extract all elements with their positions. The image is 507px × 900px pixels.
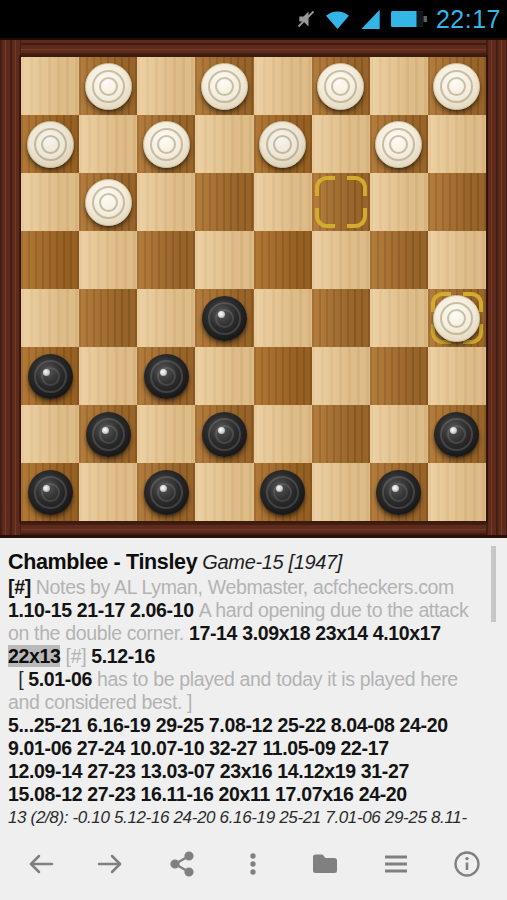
black-man[interactable]: [202, 412, 247, 457]
notation-line: 22x13 [#] 5.12-16: [8, 645, 507, 668]
piece-specular-highlight: [218, 427, 225, 434]
square-7[interactable]: [195, 405, 253, 463]
square-5[interactable]: [428, 405, 486, 463]
black-man[interactable]: [144, 470, 189, 515]
light-square: [79, 463, 137, 521]
note-text: 13 (2/8): -0.10 5.12-16 24-20 6.16-19 25…: [8, 808, 467, 827]
light-square: [137, 405, 195, 463]
white-man[interactable]: [375, 121, 422, 168]
notation-line: 9.01-06 27-24 10.07-10 32-27 11.05-09 22…: [8, 737, 507, 760]
folder-icon[interactable]: [310, 849, 340, 879]
battery-icon: [390, 9, 428, 29]
last-move-highlight-corner: [315, 176, 335, 196]
square-6[interactable]: [312, 405, 370, 463]
square-8[interactable]: [79, 405, 137, 463]
black-man[interactable]: [434, 412, 479, 457]
status-clock: 22:17: [436, 0, 501, 38]
square-22[interactable]: [312, 173, 370, 231]
white-man[interactable]: [259, 121, 306, 168]
light-square: [137, 57, 195, 115]
light-square: [428, 231, 486, 289]
piece-specular-highlight: [160, 369, 167, 376]
square-15[interactable]: [195, 289, 253, 347]
notation-line: 1.10-15 21-17 2.06-10 A hard opening due…: [8, 599, 507, 622]
square-14[interactable]: [312, 289, 370, 347]
notation-panel[interactable]: Chamblee - Tinsley Game-15 [1947][#] Not…: [0, 541, 507, 828]
white-man[interactable]: [143, 121, 190, 168]
share-icon[interactable]: [167, 849, 197, 879]
black-man[interactable]: [376, 470, 421, 515]
square-10[interactable]: [254, 347, 312, 405]
square-3[interactable]: [137, 463, 195, 521]
move-text[interactable]: 9.01-06 27-24 10.07-10 32-27 11.05-09 22…: [8, 737, 389, 759]
piece-specular-highlight: [43, 485, 50, 492]
menu-icon[interactable]: [381, 849, 411, 879]
square-16[interactable]: [79, 289, 137, 347]
note-text: A hard opening due to the attack: [199, 599, 469, 621]
white-man[interactable]: [317, 63, 364, 110]
black-man[interactable]: [144, 354, 189, 399]
light-square: [79, 231, 137, 289]
square-32[interactable]: [79, 57, 137, 115]
notation-line: 15.08-12 27-23 16.11-16 20x11 17.07x16 2…: [8, 783, 507, 806]
square-17[interactable]: [370, 231, 428, 289]
scrollbar-thumb[interactable]: [491, 546, 496, 622]
light-square: [195, 231, 253, 289]
white-man[interactable]: [27, 121, 74, 168]
light-square: [254, 289, 312, 347]
white-man[interactable]: [85, 179, 132, 226]
current-move[interactable]: 22x13: [8, 645, 60, 667]
square-28[interactable]: [21, 115, 79, 173]
notation-line: [ 5.01-06 has to be played and today it …: [8, 668, 507, 691]
square-24[interactable]: [79, 173, 137, 231]
white-man[interactable]: [85, 63, 132, 110]
status-bar: 22:17: [0, 0, 507, 38]
square-26[interactable]: [254, 115, 312, 173]
notation-line: 13 (2/8): -0.10 5.12-16 24-20 6.16-19 25…: [8, 806, 507, 828]
piece-specular-highlight: [276, 485, 283, 492]
last-move-highlight-corner: [347, 176, 367, 196]
forward-arrow-icon[interactable]: [96, 849, 126, 879]
light-square: [254, 405, 312, 463]
piece-specular-highlight: [392, 485, 399, 492]
move-text[interactable]: 5...25-21 6.16-19 29-25 7.08-12 25-22 8.…: [8, 714, 448, 736]
light-square: [21, 289, 79, 347]
note-text: [: [8, 668, 28, 690]
square-18[interactable]: [254, 231, 312, 289]
light-square: [195, 347, 253, 405]
note-text: on the double corner.: [8, 622, 189, 644]
square-13[interactable]: [428, 289, 486, 347]
note-text: has to be played and today it is played …: [97, 668, 458, 690]
square-23[interactable]: [195, 173, 253, 231]
piece-specular-highlight: [450, 427, 457, 434]
note-text: and considered best. ]: [8, 691, 192, 713]
piece-specular-highlight: [160, 485, 167, 492]
light-square: [137, 173, 195, 231]
notation-line: Chamblee - Tinsley Game-15 [1947]: [8, 549, 507, 576]
light-square: [312, 115, 370, 173]
light-square: [312, 463, 370, 521]
light-square: [21, 173, 79, 231]
move-text[interactable]: 12.09-14 27-23 13.03-07 23x16 14.12x19 3…: [8, 760, 409, 782]
black-man[interactable]: [86, 412, 131, 457]
light-square: [79, 115, 137, 173]
note-text: Notes by AL Lyman, Webmaster, acfchecker…: [36, 576, 454, 598]
piece-specular-highlight: [43, 369, 50, 376]
overflow-menu-icon[interactable]: [238, 849, 268, 879]
square-12[interactable]: [21, 347, 79, 405]
square-25[interactable]: [370, 115, 428, 173]
signal-icon: [359, 8, 382, 30]
square-21[interactable]: [428, 173, 486, 231]
light-square: [312, 347, 370, 405]
black-man[interactable]: [260, 470, 305, 515]
square-29[interactable]: [428, 57, 486, 115]
notation-line: [#] Notes by AL Lyman, Webmaster, acfche…: [8, 576, 507, 599]
black-man[interactable]: [202, 296, 247, 341]
mute-icon: [296, 9, 316, 29]
notation-line: on the double corner. 17-14 3.09x18 23x1…: [8, 622, 507, 645]
board-grid: [21, 57, 486, 521]
move-text[interactable]: 5.01-06: [28, 668, 97, 690]
light-square: [370, 173, 428, 231]
light-square: [21, 57, 79, 115]
light-square: [428, 347, 486, 405]
light-square: [312, 231, 370, 289]
note-text: [#]: [66, 645, 87, 667]
piece-specular-highlight: [102, 427, 109, 434]
light-square: [254, 173, 312, 231]
wifi-icon: [324, 8, 351, 30]
board-frame-left: [0, 40, 21, 535]
notation-line: 12.09-14 27-23 13.03-07 23x16 14.12x19 3…: [8, 760, 507, 783]
move-text[interactable]: 17-14 3.09x18 23x14 4.10x17: [189, 622, 441, 644]
light-square: [195, 115, 253, 173]
players-title: Chamblee - Tinsley: [8, 550, 197, 574]
info-icon[interactable]: [452, 849, 482, 879]
square-2[interactable]: [254, 463, 312, 521]
board-frame: [0, 38, 507, 538]
light-square: [370, 289, 428, 347]
square-20[interactable]: [21, 231, 79, 289]
last-move-highlight-corner: [315, 208, 335, 228]
move-text[interactable]: 1.10-15 21-17 2.06-10: [8, 599, 199, 621]
notation-line: and considered best. ]: [8, 691, 507, 714]
bottom-toolbar: [0, 838, 507, 890]
light-square: [137, 289, 195, 347]
back-arrow-icon[interactable]: [25, 849, 55, 879]
light-square: [370, 57, 428, 115]
white-man[interactable]: [433, 295, 480, 342]
move-text[interactable]: [#]: [8, 576, 36, 598]
piece-specular-highlight: [218, 311, 225, 318]
notation-line: 5...25-21 6.16-19 29-25 7.08-12 25-22 8.…: [8, 714, 507, 737]
move-text[interactable]: 5.12-16: [91, 645, 155, 667]
white-man[interactable]: [201, 63, 248, 110]
light-square: [428, 463, 486, 521]
last-move-highlight-corner: [347, 208, 367, 228]
square-1[interactable]: [370, 463, 428, 521]
event-label: Game-15 [1947]: [202, 551, 342, 573]
light-square: [195, 463, 253, 521]
square-31[interactable]: [195, 57, 253, 115]
light-square: [254, 57, 312, 115]
move-text[interactable]: 15.08-12 27-23 16.11-16 20x11 17.07x16 2…: [8, 783, 407, 805]
light-square: [21, 405, 79, 463]
square-27[interactable]: [137, 115, 195, 173]
square-19[interactable]: [137, 231, 195, 289]
board-frame-right: [486, 40, 507, 535]
light-square: [428, 115, 486, 173]
square-4[interactable]: [21, 463, 79, 521]
square-9[interactable]: [370, 347, 428, 405]
square-30[interactable]: [312, 57, 370, 115]
white-man[interactable]: [433, 63, 480, 110]
black-man[interactable]: [28, 354, 73, 399]
square-11[interactable]: [137, 347, 195, 405]
light-square: [370, 405, 428, 463]
light-square: [79, 347, 137, 405]
black-man[interactable]: [28, 470, 73, 515]
